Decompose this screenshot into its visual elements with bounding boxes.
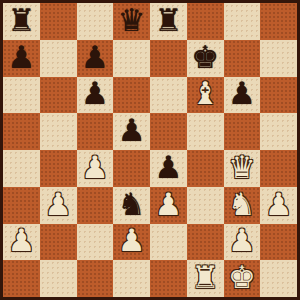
square-h8[interactable] <box>260 3 297 40</box>
square-d2[interactable]: ♟ <box>113 224 150 261</box>
white-pawn-piece: ♟ <box>154 189 182 220</box>
square-d6[interactable] <box>113 77 150 114</box>
square-f8[interactable] <box>187 3 224 40</box>
square-b4[interactable] <box>40 150 77 187</box>
square-f7[interactable]: ♚ <box>187 40 224 77</box>
square-g7[interactable] <box>224 40 261 77</box>
black-queen-piece: ♛ <box>118 5 146 36</box>
square-e8[interactable]: ♜ <box>150 3 187 40</box>
square-c8[interactable] <box>77 3 114 40</box>
black-pawn-piece: ♟ <box>81 42 109 73</box>
white-rook-piece: ♜ <box>191 262 219 293</box>
square-c2[interactable] <box>77 224 114 261</box>
white-bishop-piece: ♝ <box>191 78 219 109</box>
square-a6[interactable] <box>3 77 40 114</box>
black-pawn-piece: ♟ <box>118 115 146 146</box>
square-c4[interactable]: ♟ <box>77 150 114 187</box>
black-rook-piece: ♜ <box>7 5 35 36</box>
white-king-piece: ♚ <box>228 262 256 293</box>
square-d4[interactable] <box>113 150 150 187</box>
square-g8[interactable] <box>224 3 261 40</box>
white-pawn-piece: ♟ <box>44 189 72 220</box>
black-knight-piece: ♞ <box>118 189 146 220</box>
square-f6[interactable]: ♝ <box>187 77 224 114</box>
square-a8[interactable]: ♜ <box>3 3 40 40</box>
square-d5[interactable]: ♟ <box>113 113 150 150</box>
square-a7[interactable]: ♟ <box>3 40 40 77</box>
square-h1[interactable] <box>260 260 297 297</box>
square-b8[interactable] <box>40 3 77 40</box>
square-d3[interactable]: ♞ <box>113 187 150 224</box>
square-e6[interactable] <box>150 77 187 114</box>
square-e7[interactable] <box>150 40 187 77</box>
square-g4[interactable]: ♛ <box>224 150 261 187</box>
square-a1[interactable] <box>3 260 40 297</box>
white-knight-piece: ♞ <box>228 189 256 220</box>
square-h5[interactable] <box>260 113 297 150</box>
square-f3[interactable] <box>187 187 224 224</box>
square-e2[interactable] <box>150 224 187 261</box>
square-g3[interactable]: ♞ <box>224 187 261 224</box>
square-b6[interactable] <box>40 77 77 114</box>
square-f2[interactable] <box>187 224 224 261</box>
square-a5[interactable] <box>3 113 40 150</box>
square-f5[interactable] <box>187 113 224 150</box>
square-g2[interactable]: ♟ <box>224 224 261 261</box>
chess-board: ♜♛♜♟♟♚♟♝♟♟♟♟♛♟♞♟♞♟♟♟♟♜♚ <box>3 3 297 297</box>
white-pawn-piece: ♟ <box>7 225 35 256</box>
chess-board-frame: ♜♛♜♟♟♚♟♝♟♟♟♟♛♟♞♟♞♟♟♟♟♜♚ <box>0 0 300 300</box>
square-c5[interactable] <box>77 113 114 150</box>
square-b1[interactable] <box>40 260 77 297</box>
square-d8[interactable]: ♛ <box>113 3 150 40</box>
square-a3[interactable] <box>3 187 40 224</box>
black-rook-piece: ♜ <box>154 5 182 36</box>
square-f4[interactable] <box>187 150 224 187</box>
square-c7[interactable]: ♟ <box>77 40 114 77</box>
square-h6[interactable] <box>260 77 297 114</box>
square-h2[interactable] <box>260 224 297 261</box>
square-e4[interactable]: ♟ <box>150 150 187 187</box>
black-king-piece: ♚ <box>191 42 219 73</box>
black-pawn-piece: ♟ <box>81 78 109 109</box>
white-pawn-piece: ♟ <box>228 225 256 256</box>
square-h4[interactable] <box>260 150 297 187</box>
square-e1[interactable] <box>150 260 187 297</box>
square-g6[interactable]: ♟ <box>224 77 261 114</box>
square-a2[interactable]: ♟ <box>3 224 40 261</box>
square-b3[interactable]: ♟ <box>40 187 77 224</box>
square-d7[interactable] <box>113 40 150 77</box>
black-pawn-piece: ♟ <box>7 42 35 73</box>
black-pawn-piece: ♟ <box>228 78 256 109</box>
square-f1[interactable]: ♜ <box>187 260 224 297</box>
square-g5[interactable] <box>224 113 261 150</box>
square-a4[interactable] <box>3 150 40 187</box>
square-c3[interactable] <box>77 187 114 224</box>
square-c6[interactable]: ♟ <box>77 77 114 114</box>
white-pawn-piece: ♟ <box>265 189 293 220</box>
white-pawn-piece: ♟ <box>118 225 146 256</box>
square-c1[interactable] <box>77 260 114 297</box>
white-queen-piece: ♛ <box>228 152 256 183</box>
black-pawn-piece: ♟ <box>154 152 182 183</box>
square-g1[interactable]: ♚ <box>224 260 261 297</box>
square-h7[interactable] <box>260 40 297 77</box>
square-b7[interactable] <box>40 40 77 77</box>
square-b5[interactable] <box>40 113 77 150</box>
square-h3[interactable]: ♟ <box>260 187 297 224</box>
white-pawn-piece: ♟ <box>81 152 109 183</box>
square-e3[interactable]: ♟ <box>150 187 187 224</box>
square-b2[interactable] <box>40 224 77 261</box>
square-e5[interactable] <box>150 113 187 150</box>
square-d1[interactable] <box>113 260 150 297</box>
